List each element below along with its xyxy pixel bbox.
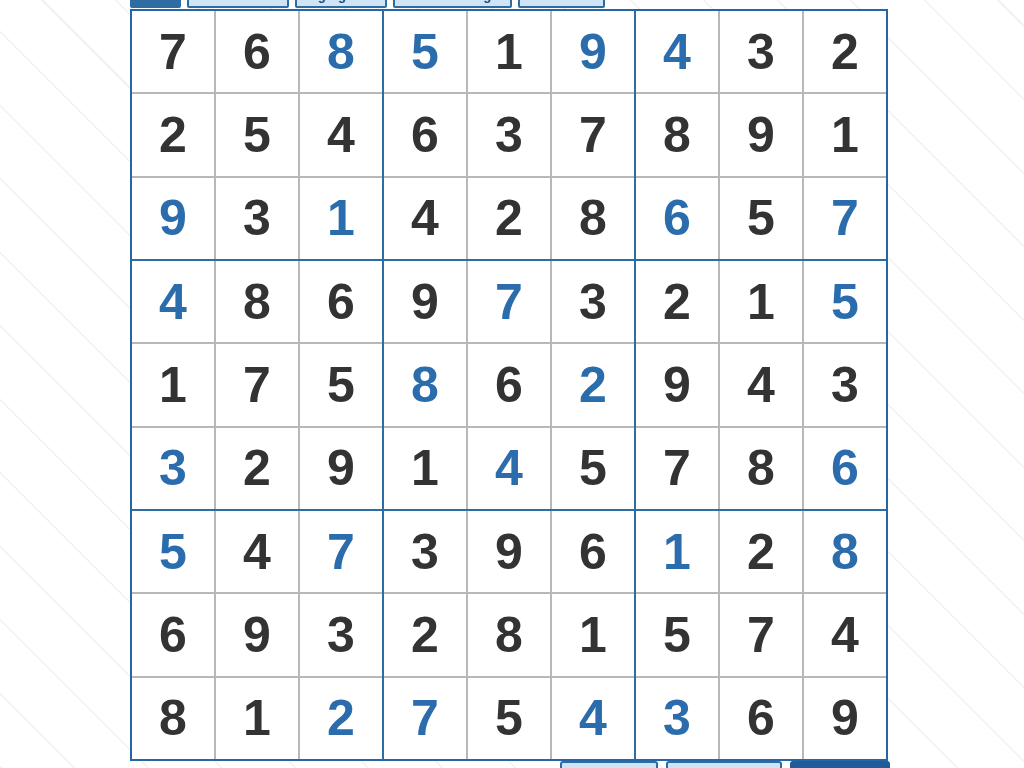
sudoku-cell[interactable]: 9	[132, 178, 214, 259]
sudoku-cell[interactable]: 2	[720, 511, 802, 592]
sudoku-cell[interactable]: 1	[132, 344, 214, 425]
sudoku-cell[interactable]: 2	[636, 261, 718, 342]
sudoku-cell[interactable]: 4	[216, 511, 298, 592]
footer-button-2[interactable]	[666, 761, 782, 768]
sudoku-cell[interactable]: 4	[132, 261, 214, 342]
sudoku-cell[interactable]: 2	[132, 94, 214, 175]
sudoku-cell[interactable]: 7	[300, 511, 382, 592]
sudoku-cell[interactable]: 4	[468, 428, 550, 509]
sudoku-cell[interactable]: 9	[216, 594, 298, 675]
sudoku-cell[interactable]: 2	[804, 11, 886, 92]
sudoku-board: 7685194322546378919314286574869732151758…	[130, 9, 888, 761]
sudoku-cell[interactable]: 5	[384, 11, 466, 92]
sudoku-cell[interactable]: 9	[384, 261, 466, 342]
sudoku-cell[interactable]: 6	[468, 344, 550, 425]
sudoku-cell[interactable]: 8	[468, 594, 550, 675]
sudoku-cell[interactable]: 2	[300, 678, 382, 759]
sudoku-cell[interactable]: 1	[804, 94, 886, 175]
sudoku-cell[interactable]: 2	[384, 594, 466, 675]
sudoku-cell[interactable]: 8	[720, 428, 802, 509]
sudoku-cell[interactable]: 5	[720, 178, 802, 259]
footer-button-1[interactable]	[560, 761, 658, 768]
sudoku-cell[interactable]: 7	[132, 11, 214, 92]
sudoku-cell[interactable]: 9	[300, 428, 382, 509]
sudoku-cell[interactable]: 5	[216, 94, 298, 175]
sudoku-cell[interactable]: 3	[804, 344, 886, 425]
sudoku-cell[interactable]: 5	[552, 428, 634, 509]
sudoku-cell[interactable]: 6	[720, 678, 802, 759]
sudoku-cell[interactable]: 2	[552, 344, 634, 425]
sudoku-cell[interactable]: 5	[132, 511, 214, 592]
sudoku-cell[interactable]: 6	[636, 178, 718, 259]
sudoku-cell[interactable]: 2	[468, 178, 550, 259]
sudoku-cell[interactable]: 3	[468, 94, 550, 175]
difficulty-tabs: EvilExcessiveEgregiousExcruciatingExtrem…	[130, 0, 605, 8]
sudoku-cell[interactable]: 2	[216, 428, 298, 509]
sudoku-cell[interactable]: 5	[636, 594, 718, 675]
sudoku-cell[interactable]: 4	[384, 178, 466, 259]
sudoku-cell[interactable]: 4	[720, 344, 802, 425]
sudoku-cell[interactable]: 8	[804, 511, 886, 592]
sudoku-cell[interactable]: 9	[636, 344, 718, 425]
sudoku-cell[interactable]: 4	[804, 594, 886, 675]
tab-excessive[interactable]: Excessive	[187, 0, 289, 8]
tab-egregious[interactable]: Egregious	[295, 0, 387, 8]
sudoku-cell[interactable]: 9	[804, 678, 886, 759]
sudoku-cell[interactable]: 5	[468, 678, 550, 759]
sudoku-cell[interactable]: 4	[300, 94, 382, 175]
sudoku-cell[interactable]: 7	[216, 344, 298, 425]
sudoku-grid: 7685194322546378919314286574869732151758…	[132, 11, 886, 759]
sudoku-cell[interactable]: 6	[552, 511, 634, 592]
sudoku-cell[interactable]: 3	[552, 261, 634, 342]
sudoku-cell[interactable]: 6	[300, 261, 382, 342]
sudoku-cell[interactable]: 9	[552, 11, 634, 92]
sudoku-cell[interactable]: 8	[636, 94, 718, 175]
sudoku-cell[interactable]: 7	[636, 428, 718, 509]
sudoku-cell[interactable]: 9	[720, 94, 802, 175]
sudoku-cell[interactable]: 7	[384, 678, 466, 759]
sudoku-cell[interactable]: 9	[468, 511, 550, 592]
sudoku-cell[interactable]: 3	[384, 511, 466, 592]
sudoku-cell[interactable]: 1	[636, 511, 718, 592]
tab-extreme[interactable]: Extreme	[518, 0, 605, 8]
sudoku-cell[interactable]: 7	[720, 594, 802, 675]
sudoku-cell[interactable]: 8	[300, 11, 382, 92]
sudoku-cell[interactable]: 1	[216, 678, 298, 759]
tab-excruciating[interactable]: Excruciating	[393, 0, 512, 8]
sudoku-cell[interactable]: 3	[636, 678, 718, 759]
sudoku-cell[interactable]: 6	[216, 11, 298, 92]
sudoku-cell[interactable]: 6	[804, 428, 886, 509]
sudoku-cell[interactable]: 5	[300, 344, 382, 425]
sudoku-cell[interactable]: 3	[216, 178, 298, 259]
sudoku-cell[interactable]: 1	[468, 11, 550, 92]
sudoku-cell[interactable]: 8	[132, 678, 214, 759]
sudoku-cell[interactable]: 8	[552, 178, 634, 259]
sudoku-cell[interactable]: 1	[720, 261, 802, 342]
sudoku-cell[interactable]: 8	[384, 344, 466, 425]
footer-button-3[interactable]	[790, 761, 890, 768]
sudoku-cell[interactable]: 6	[384, 94, 466, 175]
sudoku-cell[interactable]: 4	[552, 678, 634, 759]
sudoku-cell[interactable]: 7	[552, 94, 634, 175]
sudoku-cell[interactable]: 3	[720, 11, 802, 92]
tab-evil[interactable]: Evil	[130, 0, 181, 8]
sudoku-cell[interactable]: 5	[804, 261, 886, 342]
sudoku-cell[interactable]: 3	[132, 428, 214, 509]
sudoku-cell[interactable]: 8	[216, 261, 298, 342]
sudoku-cell[interactable]: 1	[300, 178, 382, 259]
sudoku-cell[interactable]: 1	[552, 594, 634, 675]
sudoku-cell[interactable]: 1	[384, 428, 466, 509]
sudoku-cell[interactable]: 7	[468, 261, 550, 342]
sudoku-cell[interactable]: 4	[636, 11, 718, 92]
sudoku-cell[interactable]: 3	[300, 594, 382, 675]
sudoku-cell[interactable]: 7	[804, 178, 886, 259]
sudoku-cell[interactable]: 6	[132, 594, 214, 675]
